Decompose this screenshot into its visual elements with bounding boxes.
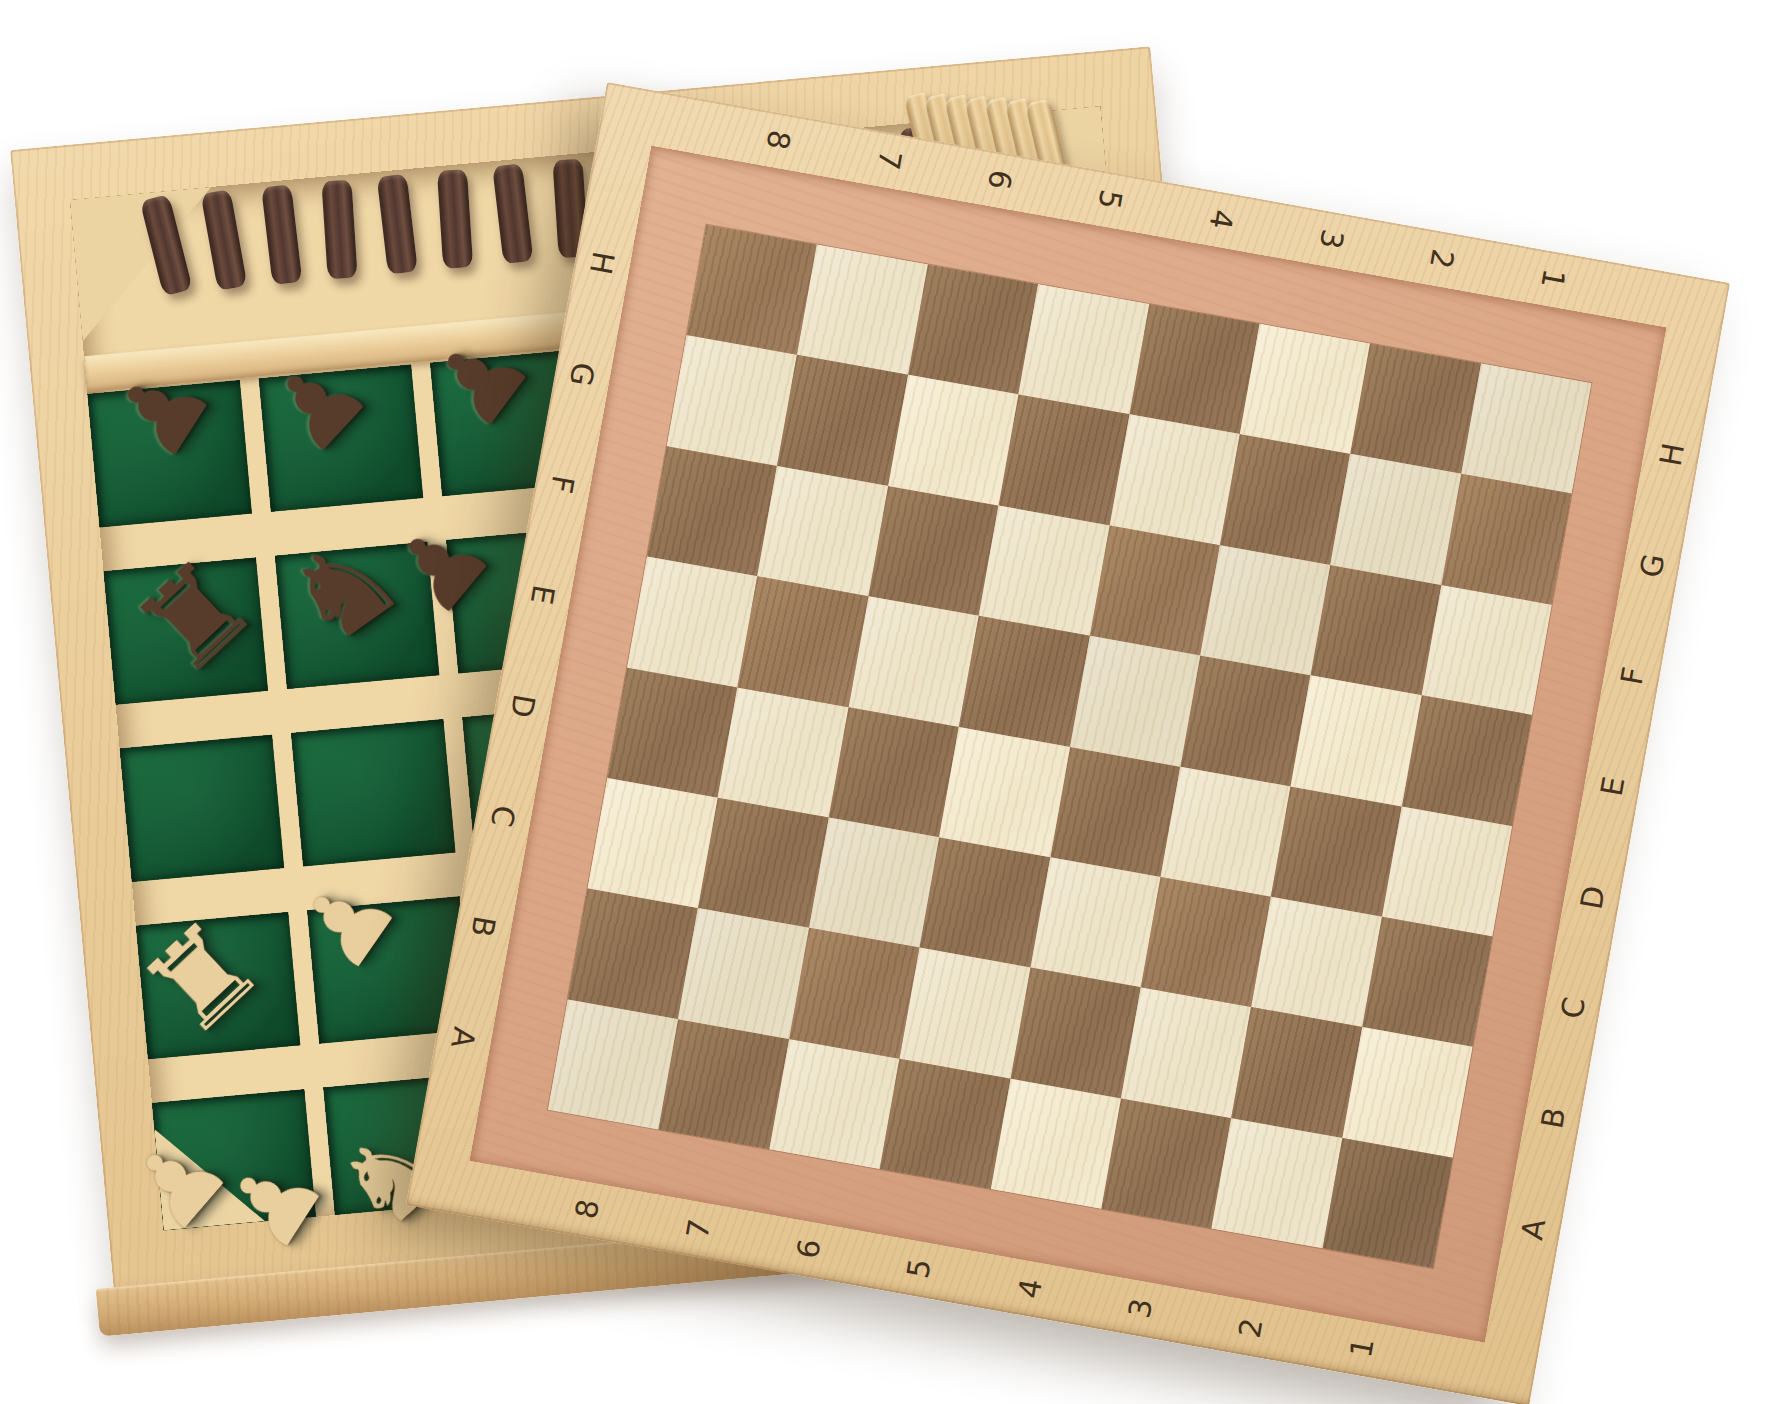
- board-label-top-3: 3: [1313, 227, 1351, 252]
- square: [1220, 434, 1350, 564]
- board-label-right-D: D: [1574, 883, 1613, 912]
- square: [1330, 454, 1460, 584]
- square: [568, 888, 698, 1018]
- square: [1010, 968, 1140, 1098]
- board-label-bottom-2: 2: [1232, 1315, 1270, 1340]
- board-label-top-7: 7: [870, 147, 908, 172]
- square: [1322, 1138, 1452, 1268]
- square: [939, 727, 1069, 857]
- square: [1129, 304, 1259, 434]
- square: [809, 817, 939, 947]
- board-label-right-A: A: [1514, 1216, 1552, 1242]
- square: [919, 837, 1049, 967]
- square: [1251, 897, 1381, 1027]
- square: [1342, 1027, 1472, 1157]
- board-label-right-G: G: [1633, 551, 1672, 580]
- square: [758, 466, 888, 596]
- square: [880, 1058, 1010, 1188]
- board-label-left-A: A: [444, 1024, 482, 1050]
- dark-checker: [437, 169, 473, 269]
- board-label-top-8: 8: [760, 128, 798, 153]
- board-label-right-E: E: [1594, 774, 1632, 799]
- square: [1231, 1007, 1361, 1137]
- square: [1160, 766, 1290, 896]
- square: [1109, 415, 1239, 545]
- square: [1350, 344, 1480, 474]
- square: [548, 999, 678, 1129]
- square: [848, 596, 978, 726]
- board-label-top-2: 2: [1423, 246, 1461, 271]
- board-label-left-D: D: [504, 691, 543, 720]
- square: [999, 395, 1129, 525]
- board-label-left-G: G: [563, 359, 602, 388]
- square: [1311, 565, 1441, 695]
- square: [647, 446, 777, 576]
- square: [1101, 1098, 1231, 1228]
- square: [769, 1039, 899, 1169]
- square: [1070, 636, 1200, 766]
- square: [797, 245, 927, 375]
- board-label-bottom-6: 6: [790, 1236, 828, 1261]
- board-grid: [548, 225, 1591, 1268]
- square: [667, 335, 797, 465]
- square: [1271, 786, 1401, 916]
- square: [777, 355, 907, 485]
- square: [959, 616, 1089, 746]
- square: [1461, 363, 1591, 493]
- board-label-bottom-8: 8: [568, 1197, 606, 1222]
- board-label-top-6: 6: [981, 167, 1019, 192]
- board-label-bottom-3: 3: [1121, 1296, 1159, 1321]
- square: [659, 1019, 789, 1149]
- board-label-bottom-7: 7: [679, 1216, 717, 1241]
- square: [1030, 857, 1160, 987]
- square: [1212, 1118, 1342, 1248]
- square: [789, 928, 919, 1058]
- dark-checker: [321, 180, 357, 280]
- square: [1362, 916, 1492, 1046]
- square: [1240, 324, 1370, 454]
- square: [1200, 545, 1330, 675]
- board-label-right-B: B: [1534, 1105, 1572, 1131]
- board-label-left-F: F: [544, 473, 581, 496]
- chess-board: 8765432187654321HGFEDCBAHGFEDCBA: [406, 82, 1730, 1404]
- board-label-left-E: E: [524, 583, 562, 608]
- board-label-left-B: B: [464, 914, 502, 940]
- square: [1089, 525, 1219, 655]
- board-label-left-H: H: [583, 249, 621, 277]
- board-label-bottom-1: 1: [1343, 1335, 1381, 1360]
- square: [1441, 474, 1571, 604]
- square: [900, 948, 1030, 1078]
- square: [829, 707, 959, 837]
- board-label-top-5: 5: [1092, 187, 1130, 212]
- product-photo-scene: ♟♟♟♜♞♟♜♟♟♟♞ 8765432187654321HGFEDCBAHGFE…: [0, 0, 1772, 1404]
- square: [1018, 284, 1148, 414]
- square: [718, 687, 848, 817]
- square: [1291, 675, 1421, 805]
- board-label-right-H: H: [1653, 441, 1691, 469]
- square: [1401, 695, 1531, 825]
- square: [1180, 656, 1310, 786]
- square: [607, 667, 737, 797]
- square: [1382, 806, 1512, 936]
- felt-compartment: [120, 735, 285, 882]
- board-label-right-C: C: [1554, 994, 1592, 1021]
- square: [990, 1078, 1120, 1208]
- square: [1121, 987, 1251, 1117]
- board-label-left-C: C: [484, 803, 522, 830]
- board-label-right-F: F: [1614, 664, 1651, 687]
- square: [738, 576, 868, 706]
- square: [1141, 877, 1271, 1007]
- board-label-top-1: 1: [1534, 266, 1572, 291]
- square: [627, 557, 757, 687]
- square: [588, 778, 718, 908]
- board-label-bottom-4: 4: [1011, 1276, 1049, 1301]
- square: [1421, 585, 1551, 715]
- square: [698, 798, 828, 928]
- square: [687, 225, 817, 355]
- board-label-bottom-5: 5: [900, 1256, 938, 1281]
- felt-compartment: [291, 719, 456, 866]
- board-label-top-4: 4: [1202, 207, 1240, 232]
- square: [888, 375, 1018, 505]
- square: [908, 264, 1038, 394]
- square: [868, 486, 998, 616]
- square: [979, 505, 1109, 635]
- square: [1050, 746, 1180, 876]
- square: [678, 908, 808, 1038]
